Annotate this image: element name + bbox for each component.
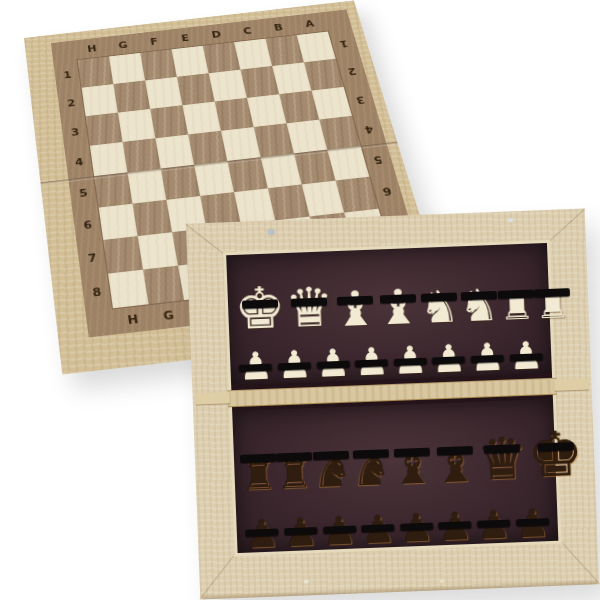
- elastic-strap: [432, 356, 465, 364]
- metal-speck: [268, 229, 274, 234]
- square-h2[interactable]: [82, 84, 118, 116]
- square-g3[interactable]: [118, 109, 155, 142]
- square-g6[interactable]: [132, 200, 172, 236]
- dark-pawns-slot-8: ♟: [512, 483, 553, 542]
- miter-joint: [550, 208, 585, 240]
- elastic-strap: [278, 362, 311, 370]
- hinge-tab-right: [554, 378, 588, 390]
- square-g4[interactable]: [123, 138, 161, 172]
- dark-majors-slot-5: ♝: [389, 403, 435, 489]
- dark-queen[interactable]: ♛: [476, 435, 529, 484]
- miter-joint: [562, 543, 600, 584]
- elastic-strap: [477, 520, 510, 528]
- white-pawns-slot-5: ♟: [390, 328, 431, 379]
- white-king[interactable]: ♚: [233, 284, 286, 333]
- white-majors-slot-1: ♚: [232, 253, 286, 335]
- square-f1[interactable]: [140, 49, 177, 80]
- white-majors-slot-6: ♞: [457, 245, 499, 326]
- white-bishop[interactable]: ♝: [376, 287, 421, 328]
- elastic-strap: [394, 358, 427, 366]
- square-h6[interactable]: [99, 204, 138, 240]
- white-pawns-slot-4: ♟: [351, 329, 392, 380]
- elastic-strap: [276, 452, 312, 461]
- elastic-strap: [291, 297, 327, 306]
- elastic-strap: [284, 527, 317, 535]
- dark-rook[interactable]: ♜: [276, 457, 313, 491]
- white-majors-slot-8: ♜: [532, 242, 571, 323]
- white-majors-slot-2: ♛: [283, 251, 334, 333]
- dark-pawns-slot-3: ♟: [319, 490, 360, 549]
- dark-rook[interactable]: ♜: [240, 459, 277, 493]
- dark-majors-slot-7: ♛: [475, 400, 529, 486]
- dark-pawns-slot-5: ♟: [396, 487, 437, 546]
- elastic-strap: [461, 291, 497, 300]
- white-majors-slot-5: ♞: [418, 246, 460, 327]
- square-g1[interactable]: [109, 53, 145, 84]
- file-label: G: [149, 300, 189, 330]
- elastic-strap: [400, 523, 433, 531]
- square-h1[interactable]: [78, 56, 114, 87]
- elastic-strap: [471, 355, 504, 363]
- dark-pawns-slot-4: ♟: [357, 489, 398, 548]
- file-label: H: [113, 304, 153, 334]
- dark-majors-row: ♜♜♞♞♝♝♛♚: [232, 399, 556, 495]
- square-h4[interactable]: [90, 142, 128, 176]
- product-photo-chess-set: HGFEDCBA HGFEDCBA 12345678 12345678 ♚♛♝♝…: [0, 0, 600, 600]
- elastic-strap: [241, 299, 277, 308]
- dark-majors-slot-3: ♞: [310, 407, 353, 492]
- square-h8[interactable]: [108, 270, 149, 309]
- elastic-strap: [355, 359, 388, 367]
- square-g8[interactable]: [143, 266, 184, 305]
- white-queen[interactable]: ♛: [285, 285, 335, 331]
- white-majors-slot-4: ♝: [375, 248, 421, 330]
- dark-pawns-slot-7: ♟: [473, 484, 514, 543]
- white-pawns-slot-6: ♟: [428, 326, 469, 377]
- square-h3[interactable]: [86, 113, 123, 146]
- miter-joint: [200, 555, 235, 599]
- elastic-strap: [239, 364, 272, 372]
- dark-majors-slot-8: ♚: [526, 398, 585, 484]
- dark-majors-slot-2: ♜: [274, 408, 313, 493]
- elastic-strap: [361, 524, 394, 532]
- storage-box: ♚♛♝♝♞♞♜♜ ♟♟♟♟♟♟♟♟ ♜♜♞♞♝♝♛♚ ♟♟♟♟♟♟♟♟: [186, 208, 599, 599]
- elastic-strap: [380, 294, 416, 303]
- elastic-strap: [437, 446, 473, 455]
- dark-majors-slot-4: ♞: [349, 405, 392, 490]
- dark-pawns-slot-6: ♟: [434, 486, 475, 545]
- elastic-strap: [509, 353, 542, 361]
- elastic-strap: [353, 449, 389, 458]
- elastic-strap: [313, 451, 349, 460]
- dark-pawns-slot-2: ♟: [280, 492, 321, 551]
- dark-piece-tray: ♜♜♞♞♝♝♛♚ ♟♟♟♟♟♟♟♟: [232, 399, 558, 553]
- elastic-strap: [484, 444, 520, 453]
- elastic-strap: [316, 361, 349, 369]
- hinge-tab-left: [195, 392, 229, 404]
- square-g2[interactable]: [113, 80, 150, 112]
- elastic-strap: [516, 518, 549, 526]
- elastic-strap: [323, 526, 356, 534]
- dark-king[interactable]: ♚: [527, 429, 585, 482]
- square-g7[interactable]: [138, 232, 178, 269]
- white-majors-slot-3: ♝: [332, 250, 378, 332]
- elastic-strap: [246, 528, 279, 536]
- box-interior: ♚♛♝♝♞♞♜♜ ♟♟♟♟♟♟♟♟ ♜♜♞♞♝♝♛♚ ♟♟♟♟♟♟♟♟: [223, 240, 561, 556]
- elastic-strap: [394, 448, 430, 457]
- white-pawns-slot-8: ♟: [505, 323, 546, 374]
- white-piece-tray: ♚♛♝♝♞♞♜♜ ♟♟♟♟♟♟♟♟: [226, 243, 552, 385]
- miter-joint: [185, 224, 223, 254]
- elastic-strap: [240, 454, 276, 463]
- elastic-strap: [337, 296, 373, 305]
- square-h7[interactable]: [103, 236, 143, 273]
- white-majors-slot-7: ♜: [496, 244, 535, 325]
- white-bishop[interactable]: ♝: [333, 288, 378, 329]
- elastic-strap: [421, 292, 457, 301]
- metal-speck: [508, 218, 513, 222]
- white-majors-row: ♚♛♝♝♞♞♜♜: [226, 243, 550, 335]
- elastic-strap: [534, 288, 570, 297]
- white-pawns-slot-7: ♟: [467, 325, 508, 376]
- wood-fleck: [440, 579, 444, 583]
- dark-majors-slot-6: ♝: [432, 402, 478, 488]
- dark-pawns-slot-1: ♟: [241, 493, 282, 552]
- dark-majors-slot-1: ♜: [238, 410, 277, 495]
- elastic-strap: [439, 521, 472, 529]
- elastic-strap: [537, 442, 573, 451]
- wood-fleck: [304, 579, 309, 583]
- elastic-strap: [498, 289, 534, 298]
